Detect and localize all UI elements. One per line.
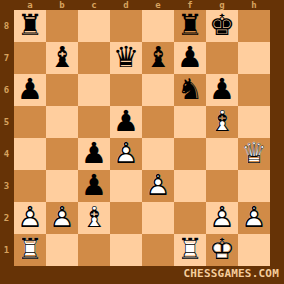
square-c2: ♝♗ [78, 202, 110, 234]
square-e2 [142, 202, 174, 234]
square-e4 [142, 138, 174, 170]
piece-black-bishop: ♝ [142, 41, 174, 73]
square-a3 [14, 170, 46, 202]
square-d6 [110, 74, 142, 106]
square-b5 [46, 106, 78, 138]
piece-black-knight: ♞ [174, 73, 206, 105]
square-e5 [142, 106, 174, 138]
piece-white-pawn: ♙ [238, 201, 270, 233]
square-e7: ♝ [142, 42, 174, 74]
square-f7: ♟ [174, 42, 206, 74]
square-e8 [142, 10, 174, 42]
square-g2: ♟♙ [206, 202, 238, 234]
square-d2 [110, 202, 142, 234]
square-e6 [142, 74, 174, 106]
square-h6 [238, 74, 270, 106]
square-d1 [110, 234, 142, 266]
piece-black-rook: ♜ [174, 9, 206, 41]
square-h1 [238, 234, 270, 266]
square-f3 [174, 170, 206, 202]
piece-black-rook: ♜ [14, 9, 46, 41]
file-label-c: c [78, 0, 110, 10]
square-a5 [14, 106, 46, 138]
square-h7 [238, 42, 270, 74]
piece-white-pawn: ♙ [142, 169, 174, 201]
square-c4: ♟ [78, 138, 110, 170]
piece-white-rook: ♖ [14, 233, 46, 265]
chess-diagram: abcdefgh 87654321 ♜♜♚♝♛♝♟♟♞♟♟♝♗♟♟♙♛♕♟♟♙♟… [0, 0, 284, 284]
piece-black-queen: ♛ [110, 41, 142, 73]
rank-label-7: 7 [0, 42, 13, 74]
piece-white-pawn: ♙ [14, 201, 46, 233]
file-label-h: h [238, 0, 270, 10]
square-h4: ♛♕ [238, 138, 270, 170]
rank-label-4: 4 [0, 138, 13, 170]
piece-black-pawn: ♟ [78, 169, 110, 201]
piece-white-king: ♔ [206, 233, 238, 265]
square-g8: ♚ [206, 10, 238, 42]
piece-white-rook: ♖ [174, 233, 206, 265]
rank-label-1: 1 [0, 234, 13, 266]
rank-label-6: 6 [0, 74, 13, 106]
square-h8 [238, 10, 270, 42]
square-g6: ♟ [206, 74, 238, 106]
square-b1 [46, 234, 78, 266]
square-f6: ♞ [174, 74, 206, 106]
square-c3: ♟ [78, 170, 110, 202]
square-g5: ♝♗ [206, 106, 238, 138]
piece-black-pawn: ♟ [110, 105, 142, 137]
square-e3: ♟♙ [142, 170, 174, 202]
square-a6: ♟ [14, 74, 46, 106]
square-c7 [78, 42, 110, 74]
square-h2: ♟♙ [238, 202, 270, 234]
piece-black-bishop: ♝ [46, 41, 78, 73]
chess-board: ♜♜♚♝♛♝♟♟♞♟♟♝♗♟♟♙♛♕♟♟♙♟♙♟♙♝♗♟♙♟♙♜♖♜♖♚♔ [14, 10, 270, 266]
piece-white-queen: ♕ [238, 137, 270, 169]
square-h3 [238, 170, 270, 202]
square-a8: ♜ [14, 10, 46, 42]
square-e1 [142, 234, 174, 266]
square-d4: ♟♙ [110, 138, 142, 170]
square-f2 [174, 202, 206, 234]
square-d7: ♛ [110, 42, 142, 74]
piece-white-bishop: ♗ [206, 105, 238, 137]
square-g1: ♚♔ [206, 234, 238, 266]
rank-label-5: 5 [0, 106, 13, 138]
rank-label-8: 8 [0, 10, 13, 42]
piece-white-pawn: ♙ [206, 201, 238, 233]
file-label-e: e [142, 0, 174, 10]
square-f4 [174, 138, 206, 170]
square-a4 [14, 138, 46, 170]
file-label-d: d [110, 0, 142, 10]
file-label-b: b [46, 0, 78, 10]
piece-white-pawn: ♙ [110, 137, 142, 169]
square-b4 [46, 138, 78, 170]
square-f8: ♜ [174, 10, 206, 42]
piece-black-pawn: ♟ [206, 73, 238, 105]
piece-white-pawn: ♙ [46, 201, 78, 233]
square-a7 [14, 42, 46, 74]
square-g3 [206, 170, 238, 202]
piece-black-king: ♚ [206, 9, 238, 41]
square-c1 [78, 234, 110, 266]
square-g7 [206, 42, 238, 74]
square-b3 [46, 170, 78, 202]
square-f1: ♜♖ [174, 234, 206, 266]
square-c8 [78, 10, 110, 42]
square-h5 [238, 106, 270, 138]
watermark: CHESSGAMES.COM [183, 267, 279, 280]
piece-black-pawn: ♟ [14, 73, 46, 105]
square-b2: ♟♙ [46, 202, 78, 234]
square-b7: ♝ [46, 42, 78, 74]
square-d3 [110, 170, 142, 202]
square-b6 [46, 74, 78, 106]
square-a1: ♜♖ [14, 234, 46, 266]
piece-white-bishop: ♗ [78, 201, 110, 233]
piece-black-pawn: ♟ [174, 41, 206, 73]
rank-label-2: 2 [0, 202, 13, 234]
square-f5 [174, 106, 206, 138]
square-d8 [110, 10, 142, 42]
square-g4 [206, 138, 238, 170]
square-b8 [46, 10, 78, 42]
square-d5: ♟ [110, 106, 142, 138]
rank-label-3: 3 [0, 170, 13, 202]
piece-black-pawn: ♟ [78, 137, 110, 169]
square-a2: ♟♙ [14, 202, 46, 234]
square-c6 [78, 74, 110, 106]
square-c5 [78, 106, 110, 138]
